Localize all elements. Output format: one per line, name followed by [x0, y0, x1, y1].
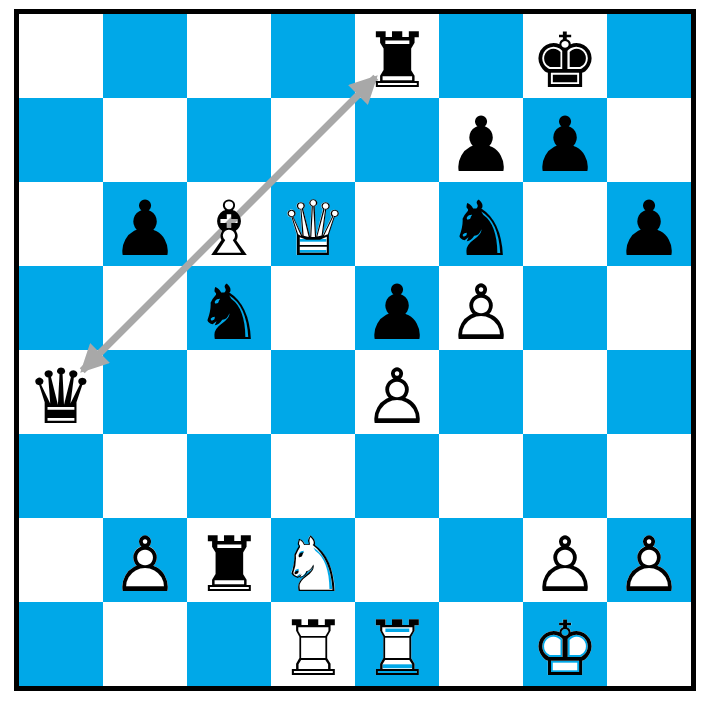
white-piece-outline: ♙	[615, 527, 683, 603]
square-a3[interactable]	[19, 434, 103, 518]
white-king-piece: ♚♔	[523, 602, 607, 686]
black-queen-piece: ♛	[19, 350, 103, 434]
square-b3[interactable]	[103, 434, 187, 518]
square-c8[interactable]	[187, 14, 271, 98]
black-pawn-piece: ♟	[103, 182, 187, 266]
black-piece-glyph: ♛	[27, 359, 95, 435]
square-e3[interactable]	[355, 434, 439, 518]
square-c1[interactable]	[187, 602, 271, 686]
square-b2[interactable]: ♟♙	[103, 518, 187, 602]
white-queen-piece: ♛♕	[271, 182, 355, 266]
square-b6[interactable]: ♟	[103, 182, 187, 266]
square-e2[interactable]	[355, 518, 439, 602]
square-e1[interactable]: ♜♖	[355, 602, 439, 686]
square-c5[interactable]: ♞	[187, 266, 271, 350]
white-piece-outline: ♙	[447, 275, 515, 351]
square-b4[interactable]	[103, 350, 187, 434]
white-rook-piece: ♜♖	[355, 602, 439, 686]
square-d6[interactable]: ♛♕	[271, 182, 355, 266]
square-f1[interactable]	[439, 602, 523, 686]
white-piece-outline: ♘	[279, 527, 347, 603]
square-a2[interactable]	[19, 518, 103, 602]
white-bishop-piece: ♝♗	[187, 182, 271, 266]
square-h6[interactable]: ♟	[607, 182, 691, 266]
black-piece-glyph: ♚	[531, 23, 599, 99]
square-g7[interactable]: ♟	[523, 98, 607, 182]
square-f7[interactable]: ♟	[439, 98, 523, 182]
white-piece-outline: ♖	[279, 611, 347, 687]
white-piece-outline: ♙	[363, 359, 431, 435]
square-h8[interactable]	[607, 14, 691, 98]
white-knight-piece: ♞♘	[271, 518, 355, 602]
chess-board: ♜♚♟♟♟♝♗♛♕♞♟♞♟♟♙♛♟♙♟♙♜♞♘♟♙♟♙♜♖♜♖♚♔	[19, 14, 691, 686]
square-c7[interactable]	[187, 98, 271, 182]
square-f5[interactable]: ♟♙	[439, 266, 523, 350]
white-rook-piece: ♜♖	[271, 602, 355, 686]
white-piece-outline: ♙	[531, 527, 599, 603]
black-rook-piece: ♜	[355, 14, 439, 98]
square-h1[interactable]	[607, 602, 691, 686]
black-rook-piece: ♜	[187, 518, 271, 602]
white-piece-outline: ♔	[531, 611, 599, 687]
square-a6[interactable]	[19, 182, 103, 266]
board-frame: ♜♚♟♟♟♝♗♛♕♞♟♞♟♟♙♛♟♙♟♙♜♞♘♟♙♟♙♜♖♜♖♚♔	[14, 9, 696, 691]
square-d7[interactable]	[271, 98, 355, 182]
square-e4[interactable]: ♟♙	[355, 350, 439, 434]
square-e8[interactable]: ♜	[355, 14, 439, 98]
square-e6[interactable]	[355, 182, 439, 266]
black-pawn-piece: ♟	[607, 182, 691, 266]
square-a5[interactable]	[19, 266, 103, 350]
black-knight-piece: ♞	[187, 266, 271, 350]
square-d3[interactable]	[271, 434, 355, 518]
white-pawn-piece: ♟♙	[607, 518, 691, 602]
square-h4[interactable]	[607, 350, 691, 434]
white-piece-outline: ♕	[279, 191, 347, 267]
black-piece-glyph: ♜	[363, 23, 431, 99]
square-a8[interactable]	[19, 14, 103, 98]
square-c4[interactable]	[187, 350, 271, 434]
square-c2[interactable]: ♜	[187, 518, 271, 602]
black-pawn-piece: ♟	[523, 98, 607, 182]
black-piece-glyph: ♞	[195, 275, 263, 351]
black-piece-glyph: ♟	[111, 191, 179, 267]
black-piece-glyph: ♟	[531, 107, 599, 183]
square-f4[interactable]	[439, 350, 523, 434]
black-king-piece: ♚	[523, 14, 607, 98]
white-pawn-piece: ♟♙	[103, 518, 187, 602]
black-pawn-piece: ♟	[439, 98, 523, 182]
white-pawn-piece: ♟♙	[523, 518, 607, 602]
square-c6[interactable]: ♝♗	[187, 182, 271, 266]
square-g4[interactable]	[523, 350, 607, 434]
square-b5[interactable]	[103, 266, 187, 350]
square-g1[interactable]: ♚♔	[523, 602, 607, 686]
square-h5[interactable]	[607, 266, 691, 350]
square-f6[interactable]: ♞	[439, 182, 523, 266]
white-pawn-piece: ♟♙	[355, 350, 439, 434]
black-piece-glyph: ♟	[615, 191, 683, 267]
square-b1[interactable]	[103, 602, 187, 686]
square-d8[interactable]	[271, 14, 355, 98]
white-piece-outline: ♗	[195, 191, 263, 267]
square-g2[interactable]: ♟♙	[523, 518, 607, 602]
square-f2[interactable]	[439, 518, 523, 602]
square-h7[interactable]	[607, 98, 691, 182]
white-piece-outline: ♖	[363, 611, 431, 687]
black-knight-piece: ♞	[439, 182, 523, 266]
square-c3[interactable]	[187, 434, 271, 518]
square-f3[interactable]	[439, 434, 523, 518]
square-e5[interactable]: ♟	[355, 266, 439, 350]
square-h3[interactable]	[607, 434, 691, 518]
square-d2[interactable]: ♞♘	[271, 518, 355, 602]
white-pawn-piece: ♟♙	[439, 266, 523, 350]
square-d4[interactable]	[271, 350, 355, 434]
black-piece-glyph: ♞	[447, 191, 515, 267]
square-f8[interactable]	[439, 14, 523, 98]
black-piece-glyph: ♜	[195, 527, 263, 603]
square-g6[interactable]	[523, 182, 607, 266]
square-d5[interactable]	[271, 266, 355, 350]
square-b7[interactable]	[103, 98, 187, 182]
square-g8[interactable]: ♚	[523, 14, 607, 98]
black-piece-glyph: ♟	[447, 107, 515, 183]
square-a4[interactable]: ♛	[19, 350, 103, 434]
square-a1[interactable]	[19, 602, 103, 686]
square-g3[interactable]	[523, 434, 607, 518]
square-d1[interactable]: ♜♖	[271, 602, 355, 686]
black-piece-glyph: ♟	[363, 275, 431, 351]
square-a7[interactable]	[19, 98, 103, 182]
square-b8[interactable]	[103, 14, 187, 98]
square-e7[interactable]	[355, 98, 439, 182]
square-h2[interactable]: ♟♙	[607, 518, 691, 602]
white-piece-outline: ♙	[111, 527, 179, 603]
black-pawn-piece: ♟	[355, 266, 439, 350]
square-g5[interactable]	[523, 266, 607, 350]
page-background: ♜♚♟♟♟♝♗♛♕♞♟♞♟♟♙♛♟♙♟♙♜♞♘♟♙♟♙♜♖♜♖♚♔	[0, 0, 710, 701]
